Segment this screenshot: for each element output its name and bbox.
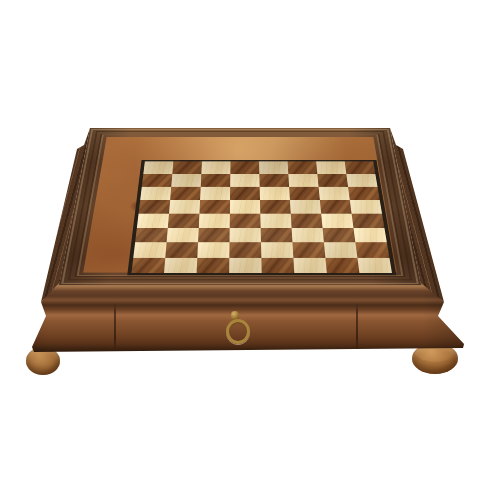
square (165, 242, 198, 257)
square (229, 257, 262, 273)
drawer-seam-left (114, 303, 116, 348)
square (290, 200, 321, 214)
square (230, 174, 259, 187)
square (324, 242, 357, 257)
burl-border (83, 137, 397, 273)
square (261, 242, 293, 257)
square (169, 200, 200, 214)
board-top (59, 128, 421, 285)
square (167, 228, 199, 243)
square (199, 200, 230, 214)
square (260, 187, 290, 200)
square (201, 161, 230, 173)
square (261, 257, 294, 273)
square (353, 228, 386, 243)
product-photo (0, 0, 480, 480)
square (230, 214, 261, 228)
square (133, 242, 166, 257)
board-border (127, 160, 396, 276)
square (317, 174, 348, 187)
square (260, 214, 291, 228)
square (323, 228, 356, 243)
square (350, 200, 382, 214)
square (320, 200, 352, 214)
square (321, 214, 353, 228)
square (198, 228, 230, 243)
square (164, 257, 197, 273)
square (201, 174, 231, 187)
square (140, 187, 171, 200)
square (345, 161, 376, 173)
square (292, 242, 325, 257)
square (230, 228, 261, 243)
square (142, 174, 173, 187)
square (289, 187, 320, 200)
square (259, 161, 288, 173)
square (293, 257, 327, 273)
square (288, 174, 318, 187)
square (230, 200, 260, 214)
square (355, 242, 389, 257)
square (288, 161, 318, 173)
square (291, 214, 323, 228)
square (168, 214, 200, 228)
square (131, 257, 165, 273)
square (139, 200, 171, 214)
square (230, 187, 260, 200)
drawer-ring-pull (226, 319, 250, 344)
square (259, 174, 289, 187)
square (316, 161, 346, 173)
square (170, 187, 201, 200)
square (261, 228, 293, 243)
square (197, 242, 229, 257)
square (346, 174, 377, 187)
square (172, 161, 202, 173)
square (348, 187, 380, 200)
square (352, 214, 385, 228)
square (325, 257, 359, 273)
square (357, 257, 392, 273)
square (199, 214, 230, 228)
square (292, 228, 324, 243)
square (260, 200, 291, 214)
square (143, 161, 173, 173)
square (137, 214, 169, 228)
square (229, 242, 261, 257)
square (197, 257, 230, 273)
square (230, 161, 259, 173)
drawer-seam-right (356, 303, 358, 348)
square (200, 187, 230, 200)
square (171, 174, 201, 187)
square (135, 228, 168, 243)
square (319, 187, 350, 200)
chessboard (131, 161, 392, 273)
